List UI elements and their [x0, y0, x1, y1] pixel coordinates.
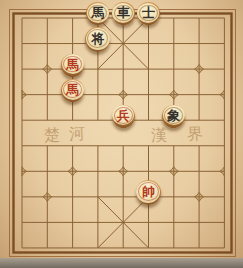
black-horse-glyph: 馬	[91, 6, 104, 19]
red-horse-2-face: 馬	[62, 80, 84, 100]
red-horse-1[interactable]: 馬	[61, 54, 84, 77]
red-general[interactable]: 帥	[136, 180, 161, 205]
black-advisor-face: 士	[137, 3, 159, 23]
black-general-glyph: 将	[91, 32, 104, 45]
black-elephant-face: 象	[163, 105, 185, 125]
black-elephant-glyph: 象	[167, 108, 180, 121]
black-chariot-face: 車	[112, 3, 134, 23]
red-soldier-glyph: 兵	[117, 108, 130, 121]
black-horse[interactable]: 馬	[86, 2, 109, 25]
black-general[interactable]: 将	[85, 27, 110, 52]
red-general-face: 帥	[136, 181, 160, 203]
red-horse-2-glyph: 馬	[66, 83, 79, 96]
black-chariot-glyph: 車	[117, 6, 130, 19]
black-elephant[interactable]: 象	[162, 105, 185, 128]
red-horse-2[interactable]: 馬	[61, 79, 84, 102]
red-horse-1-face: 馬	[62, 54, 84, 74]
black-advisor[interactable]: 士	[137, 2, 160, 25]
red-soldier[interactable]: 兵	[112, 105, 135, 128]
red-general-glyph: 帥	[142, 185, 155, 198]
black-advisor-glyph: 士	[142, 6, 155, 19]
xiangqi-board[interactable]: 馬車士将馬馬兵象帥	[9, 5, 237, 260]
black-chariot[interactable]: 車	[112, 2, 135, 25]
red-soldier-face: 兵	[112, 105, 134, 125]
black-horse-face: 馬	[87, 3, 109, 23]
table-edge	[0, 258, 243, 268]
red-horse-1-glyph: 馬	[66, 57, 79, 70]
xiangqi-app: 楚河 漢界 馬車士将馬馬兵象帥	[0, 0, 243, 268]
black-general-face: 将	[86, 28, 110, 50]
